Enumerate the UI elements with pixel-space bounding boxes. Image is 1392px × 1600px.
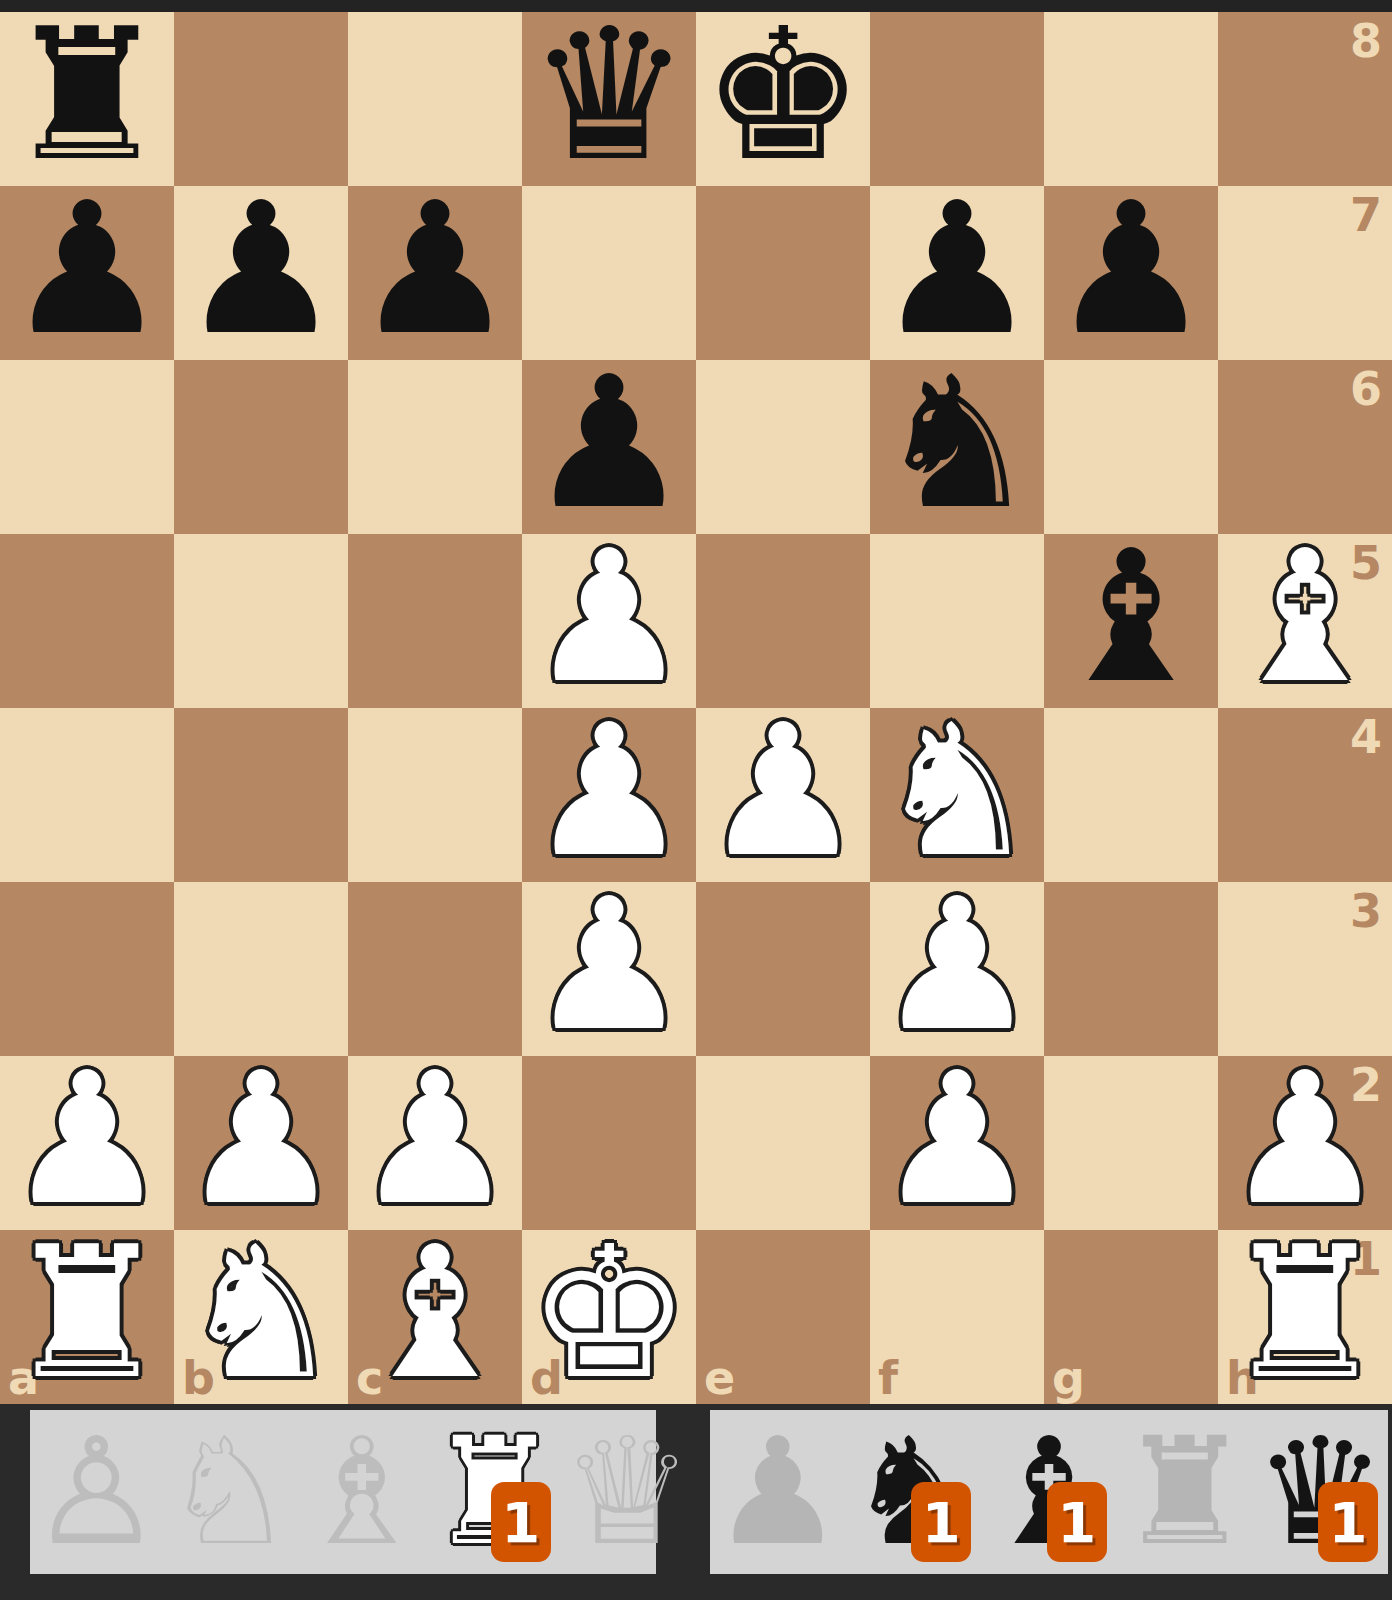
black-pawn-icon[interactable]: ♟ [527, 352, 690, 534]
square-d6[interactable]: ♟ [522, 360, 696, 534]
square-c2[interactable]: ♟ [348, 1056, 522, 1230]
white-pawn-ghost-icon: ♙ [30, 1418, 163, 1566]
white-pawn-icon[interactable]: ♟ [179, 1048, 342, 1230]
white-pawn-icon[interactable]: ♟ [875, 1048, 1038, 1230]
white-pawn-icon[interactable]: ♟ [701, 700, 864, 882]
square-b1[interactable]: b♞ [174, 1230, 348, 1404]
black-bishop-icon[interactable]: ♝ [1049, 526, 1212, 708]
black-pawn-icon[interactable]: ♟ [353, 178, 516, 360]
white-pocket-slot-pawn: ♙ [30, 1410, 163, 1574]
square-b3[interactable] [174, 882, 348, 1056]
square-d5[interactable]: ♟ [522, 534, 696, 708]
black-pawn-icon[interactable]: ♟ [179, 178, 342, 360]
square-d2[interactable] [522, 1056, 696, 1230]
square-h3[interactable]: 3 [1218, 882, 1392, 1056]
square-g8[interactable] [1044, 12, 1218, 186]
black-pocket-slot-queen[interactable]: ♛1 [1252, 1410, 1388, 1574]
rank-label-8: 8 [1350, 16, 1382, 67]
black-queen-icon[interactable]: ♛ [527, 4, 690, 186]
white-queen-ghost-icon: ♕ [561, 1418, 694, 1566]
black-pawn-icon[interactable]: ♟ [875, 178, 1038, 360]
square-d7[interactable] [522, 186, 696, 360]
white-pawn-icon[interactable]: ♟ [5, 1048, 168, 1230]
white-pocket-slot-knight: ♘ [163, 1410, 296, 1574]
white-knight-icon[interactable]: ♞ [875, 700, 1038, 882]
white-knight-ghost-icon: ♘ [163, 1418, 296, 1566]
black-rook-ghost-icon: ♜ [1118, 1418, 1251, 1566]
top-background-strip [0, 0, 1392, 12]
square-d1[interactable]: d♚ [522, 1230, 696, 1404]
square-g3[interactable] [1044, 882, 1218, 1056]
black-pawn-ghost-icon: ♟ [711, 1418, 844, 1566]
square-a6[interactable] [0, 360, 174, 534]
square-f5[interactable] [870, 534, 1044, 708]
square-a8[interactable]: ♜ [0, 12, 174, 186]
square-e1[interactable]: e [696, 1230, 870, 1404]
square-h8[interactable]: 8 [1218, 12, 1392, 186]
rank-label-7: 7 [1350, 190, 1382, 241]
white-rook-icon[interactable]: ♜ [1223, 1222, 1386, 1404]
square-f3[interactable]: ♟ [870, 882, 1044, 1056]
square-a1[interactable]: a♜ [0, 1230, 174, 1404]
square-b4[interactable] [174, 708, 348, 882]
square-e3[interactable] [696, 882, 870, 1056]
square-e4[interactable]: ♟ [696, 708, 870, 882]
square-b5[interactable] [174, 534, 348, 708]
black-knight-icon[interactable]: ♞ [875, 352, 1038, 534]
white-pawn-icon[interactable]: ♟ [527, 874, 690, 1056]
white-rook-icon[interactable]: ♜ [5, 1222, 168, 1404]
square-c3[interactable] [348, 882, 522, 1056]
square-g7[interactable]: ♟ [1044, 186, 1218, 360]
black-pocket-slot-knight[interactable]: ♞1 [846, 1410, 982, 1574]
square-f7[interactable]: ♟ [870, 186, 1044, 360]
white-pawn-icon[interactable]: ♟ [875, 874, 1038, 1056]
square-h7[interactable]: 7 [1218, 186, 1392, 360]
square-g2[interactable] [1044, 1056, 1218, 1230]
square-a5[interactable] [0, 534, 174, 708]
square-c5[interactable] [348, 534, 522, 708]
white-pawn-icon[interactable]: ♟ [1223, 1048, 1386, 1230]
square-e6[interactable] [696, 360, 870, 534]
square-d8[interactable]: ♛ [522, 12, 696, 186]
rank-label-3: 3 [1350, 886, 1382, 937]
white-pawn-icon[interactable]: ♟ [527, 526, 690, 708]
square-e5[interactable] [696, 534, 870, 708]
square-a4[interactable] [0, 708, 174, 882]
square-b2[interactable]: ♟ [174, 1056, 348, 1230]
file-label-f: f [878, 1353, 898, 1404]
white-king-icon[interactable]: ♚ [527, 1222, 690, 1404]
square-h2[interactable]: 2♟ [1218, 1056, 1392, 1230]
black-pocket-slot-bishop[interactable]: ♝1 [981, 1410, 1117, 1574]
file-label-g: g [1052, 1353, 1085, 1404]
black-pocket-count-badge: 1 [911, 1482, 971, 1562]
square-h6[interactable]: 6 [1218, 360, 1392, 534]
rank-label-4: 4 [1350, 712, 1382, 763]
square-h1[interactable]: h1♜ [1218, 1230, 1392, 1404]
black-pocket-tray: ♟♞1♝1♜♛1 [710, 1410, 1388, 1574]
rank-label-6: 6 [1350, 364, 1382, 415]
square-f2[interactable]: ♟ [870, 1056, 1044, 1230]
white-pocket-count-badge: 1 [491, 1482, 551, 1562]
square-b7[interactable]: ♟ [174, 186, 348, 360]
square-a7[interactable]: ♟ [0, 186, 174, 360]
pocket-trays: ♙♘♗♜1♕ ♟♞1♝1♜♛1 [30, 1410, 1388, 1574]
black-rook-icon[interactable]: ♜ [5, 4, 168, 186]
square-e2[interactable] [696, 1056, 870, 1230]
black-pocket-count-badge: 1 [1047, 1482, 1107, 1562]
square-g1[interactable]: g [1044, 1230, 1218, 1404]
chess-board: ♜♛♚8♟♟♟♟♟7♟♞6♟♝5♝♟♟♞4♟♟3♟♟♟♟2♟a♜b♞c♝d♚ef… [0, 12, 1392, 1404]
square-h5[interactable]: 5♝ [1218, 534, 1392, 708]
square-d3[interactable]: ♟ [522, 882, 696, 1056]
square-g5[interactable]: ♝ [1044, 534, 1218, 708]
black-pawn-icon[interactable]: ♟ [5, 178, 168, 360]
white-pocket-slot-queen: ♕ [561, 1410, 694, 1574]
square-f4[interactable]: ♞ [870, 708, 1044, 882]
white-pocket-slot-bishop: ♗ [295, 1410, 428, 1574]
square-b8[interactable] [174, 12, 348, 186]
square-d4[interactable]: ♟ [522, 708, 696, 882]
black-pocket-count-badge: 1 [1318, 1482, 1378, 1562]
file-label-e: e [704, 1353, 735, 1404]
square-g6[interactable] [1044, 360, 1218, 534]
black-pawn-icon[interactable]: ♟ [1049, 178, 1212, 360]
square-f1[interactable]: f [870, 1230, 1044, 1404]
square-e8[interactable]: ♚ [696, 12, 870, 186]
white-pawn-icon[interactable]: ♟ [527, 700, 690, 882]
square-c7[interactable]: ♟ [348, 186, 522, 360]
white-bishop-ghost-icon: ♗ [295, 1418, 428, 1566]
white-bishop-icon[interactable]: ♝ [1223, 526, 1386, 708]
square-e7[interactable] [696, 186, 870, 360]
white-pawn-icon[interactable]: ♟ [353, 1048, 516, 1230]
square-a2[interactable]: ♟ [0, 1056, 174, 1230]
page-root: { "game": "chess (crazyhouse variant)", … [0, 0, 1392, 1600]
black-king-icon[interactable]: ♚ [701, 4, 864, 186]
square-a3[interactable] [0, 882, 174, 1056]
black-pocket-slot-pawn: ♟ [710, 1410, 846, 1574]
square-c1[interactable]: c♝ [348, 1230, 522, 1404]
square-c8[interactable] [348, 12, 522, 186]
square-c6[interactable] [348, 360, 522, 534]
white-pocket-tray: ♙♘♗♜1♕ [30, 1410, 656, 1574]
square-f8[interactable] [870, 12, 1044, 186]
white-knight-icon[interactable]: ♞ [179, 1222, 342, 1404]
square-b6[interactable] [174, 360, 348, 534]
square-c4[interactable] [348, 708, 522, 882]
black-pocket-slot-rook: ♜ [1117, 1410, 1253, 1574]
white-pocket-slot-rook[interactable]: ♜1 [428, 1410, 561, 1574]
square-f6[interactable]: ♞ [870, 360, 1044, 534]
white-bishop-icon[interactable]: ♝ [353, 1222, 516, 1404]
square-g4[interactable] [1044, 708, 1218, 882]
square-h4[interactable]: 4 [1218, 708, 1392, 882]
